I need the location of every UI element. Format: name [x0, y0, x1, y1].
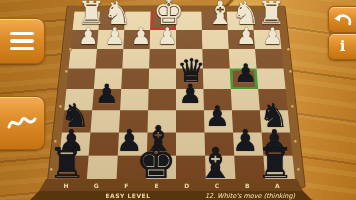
square-h4[interactable]	[66, 69, 95, 89]
square-g7[interactable]	[89, 133, 119, 156]
info-button[interactable]: i	[328, 33, 356, 60]
piece-black-pawn-c6[interactable]: ♟	[205, 103, 230, 131]
rim-peg	[287, 48, 290, 51]
info-icon: i	[340, 39, 346, 54]
rim-peg	[294, 140, 297, 143]
square-c2[interactable]	[202, 30, 229, 49]
file-label-f: F	[120, 182, 132, 190]
piece-white-pawn-a2[interactable]: ♟	[262, 25, 283, 48]
piece-white-bishop-c1[interactable]: ♝	[206, 0, 235, 29]
square-a4[interactable]	[257, 69, 286, 89]
square-g8[interactable]	[87, 156, 118, 180]
piece-black-rook-h8[interactable]: ♜	[48, 143, 86, 185]
rim-peg	[297, 168, 300, 171]
rim-peg	[291, 105, 294, 108]
undo-button[interactable]	[328, 6, 356, 33]
square-e3[interactable]	[149, 49, 176, 69]
menu-button[interactable]	[0, 18, 45, 64]
level-label: EASY LEVEL	[88, 192, 168, 199]
square-e5[interactable]	[148, 89, 176, 110]
piece-white-pawn-f2[interactable]: ♟	[131, 25, 152, 48]
piece-white-pawn-g2[interactable]: ♟	[104, 25, 125, 48]
squiggle-icon	[6, 111, 38, 135]
piece-black-bishop-c8[interactable]: ♝	[197, 143, 235, 185]
square-d2[interactable]	[176, 30, 202, 49]
piece-black-pawn-d5[interactable]: ♟	[178, 81, 202, 107]
undo-icon	[333, 12, 352, 28]
square-c4[interactable]	[203, 69, 231, 89]
chess-app-screen: HGFEDCBA EASY LEVEL 12. White's move (th…	[0, 0, 356, 200]
square-e4[interactable]	[149, 69, 176, 89]
rim-peg	[289, 70, 292, 73]
square-d6[interactable]	[176, 110, 205, 132]
piece-black-rook-a8[interactable]: ♜	[256, 143, 294, 185]
piece-black-pawn-b4[interactable]: ♟	[234, 61, 257, 87]
rim-peg	[65, 70, 68, 73]
square-f4[interactable]	[121, 69, 149, 89]
square-f3[interactable]	[122, 49, 149, 69]
move-status-label: 12. White's move (thinking)	[188, 192, 312, 200]
square-f5[interactable]	[120, 89, 148, 110]
square-b5[interactable]	[231, 89, 260, 110]
hint-button[interactable]	[0, 96, 45, 150]
square-a3[interactable]	[255, 49, 283, 69]
piece-white-pawn-h2[interactable]: ♟	[78, 25, 99, 48]
piece-black-king-e8[interactable]: ♚	[136, 140, 177, 185]
hamburger-icon	[10, 32, 34, 51]
piece-white-pawn-e2[interactable]: ♟	[157, 25, 178, 48]
file-label-b: B	[241, 182, 253, 190]
file-label-d: D	[181, 182, 193, 190]
rim-peg	[69, 48, 72, 51]
piece-white-pawn-b2[interactable]: ♟	[236, 25, 257, 48]
square-g3[interactable]	[95, 49, 123, 69]
square-c3[interactable]	[202, 49, 229, 69]
piece-black-pawn-g5[interactable]: ♟	[95, 81, 119, 107]
piece-black-pawn-b7[interactable]: ♟	[232, 126, 259, 156]
square-h3[interactable]	[69, 49, 97, 69]
file-label-g: G	[90, 182, 102, 190]
